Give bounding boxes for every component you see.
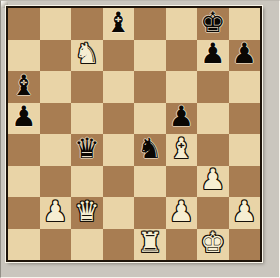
black-queen[interactable]: ♛	[74, 135, 99, 163]
black-bishop[interactable]: ♝	[11, 72, 36, 100]
square-b1[interactable]	[40, 229, 72, 261]
black-pawn[interactable]: ♟	[232, 40, 257, 68]
black-king[interactable]: ♚	[200, 9, 225, 37]
square-b6[interactable]	[40, 71, 72, 103]
square-h5[interactable]	[229, 103, 261, 135]
square-b2[interactable]: ♟	[40, 197, 72, 229]
square-a5[interactable]: ♟	[8, 103, 40, 135]
square-e2[interactable]	[134, 197, 166, 229]
white-pawn[interactable]: ♟	[43, 198, 68, 226]
square-e6[interactable]	[134, 71, 166, 103]
square-f2[interactable]: ♟	[166, 197, 198, 229]
square-d3[interactable]	[103, 166, 135, 198]
square-b4[interactable]	[40, 134, 72, 166]
board: ♝♚♞♟♟♝♟♟♛♞♝♟♟♛♟♟♜♚	[8, 8, 260, 260]
square-e4[interactable]: ♞	[134, 134, 166, 166]
square-d1[interactable]	[103, 229, 135, 261]
square-e3[interactable]	[134, 166, 166, 198]
square-g1[interactable]: ♚	[197, 229, 229, 261]
black-pawn[interactable]: ♟	[200, 40, 225, 68]
square-e7[interactable]	[134, 40, 166, 72]
black-bishop[interactable]: ♝	[106, 9, 131, 37]
square-d8[interactable]: ♝	[103, 8, 135, 40]
square-c4[interactable]: ♛	[71, 134, 103, 166]
square-f3[interactable]	[166, 166, 198, 198]
square-e8[interactable]	[134, 8, 166, 40]
square-a2[interactable]	[8, 197, 40, 229]
square-h6[interactable]	[229, 71, 261, 103]
square-d6[interactable]	[103, 71, 135, 103]
square-g6[interactable]	[197, 71, 229, 103]
square-f1[interactable]	[166, 229, 198, 261]
white-bishop[interactable]: ♝	[169, 135, 194, 163]
square-a6[interactable]: ♝	[8, 71, 40, 103]
square-h4[interactable]	[229, 134, 261, 166]
square-h8[interactable]	[229, 8, 261, 40]
black-pawn[interactable]: ♟	[169, 103, 194, 131]
square-f6[interactable]	[166, 71, 198, 103]
square-a8[interactable]	[8, 8, 40, 40]
square-c7[interactable]: ♞	[71, 40, 103, 72]
square-b5[interactable]	[40, 103, 72, 135]
square-c1[interactable]	[71, 229, 103, 261]
square-c5[interactable]	[71, 103, 103, 135]
square-b7[interactable]	[40, 40, 72, 72]
square-b8[interactable]	[40, 8, 72, 40]
square-c8[interactable]	[71, 8, 103, 40]
white-knight[interactable]: ♞	[74, 40, 99, 68]
chess-app-window: ♝♚♞♟♟♝♟♟♛♞♝♟♟♛♟♟♜♚	[0, 0, 280, 278]
square-d5[interactable]	[103, 103, 135, 135]
white-pawn[interactable]: ♟	[200, 166, 225, 194]
square-g2[interactable]	[197, 197, 229, 229]
square-h2[interactable]: ♟	[229, 197, 261, 229]
square-f8[interactable]	[166, 8, 198, 40]
square-d4[interactable]	[103, 134, 135, 166]
square-g3[interactable]: ♟	[197, 166, 229, 198]
board-frame: ♝♚♞♟♟♝♟♟♛♞♝♟♟♛♟♟♜♚	[6, 6, 262, 262]
square-c3[interactable]	[71, 166, 103, 198]
square-g7[interactable]: ♟	[197, 40, 229, 72]
square-h7[interactable]: ♟	[229, 40, 261, 72]
square-f4[interactable]: ♝	[166, 134, 198, 166]
square-c2[interactable]: ♛	[71, 197, 103, 229]
square-f5[interactable]: ♟	[166, 103, 198, 135]
square-a4[interactable]	[8, 134, 40, 166]
square-g8[interactable]: ♚	[197, 8, 229, 40]
square-g5[interactable]	[197, 103, 229, 135]
square-h3[interactable]	[229, 166, 261, 198]
square-e1[interactable]: ♜	[134, 229, 166, 261]
square-h1[interactable]	[229, 229, 261, 261]
square-e5[interactable]	[134, 103, 166, 135]
black-knight[interactable]: ♞	[137, 135, 162, 163]
square-d2[interactable]	[103, 197, 135, 229]
square-a7[interactable]	[8, 40, 40, 72]
white-pawn[interactable]: ♟	[169, 198, 194, 226]
white-queen[interactable]: ♛	[74, 198, 99, 226]
square-a1[interactable]	[8, 229, 40, 261]
white-rook[interactable]: ♜	[137, 229, 162, 257]
square-f7[interactable]	[166, 40, 198, 72]
square-c6[interactable]	[71, 71, 103, 103]
square-b3[interactable]	[40, 166, 72, 198]
black-pawn[interactable]: ♟	[11, 103, 36, 131]
white-king[interactable]: ♚	[200, 229, 225, 257]
square-a3[interactable]	[8, 166, 40, 198]
square-d7[interactable]	[103, 40, 135, 72]
white-pawn[interactable]: ♟	[232, 198, 257, 226]
square-g4[interactable]	[197, 134, 229, 166]
